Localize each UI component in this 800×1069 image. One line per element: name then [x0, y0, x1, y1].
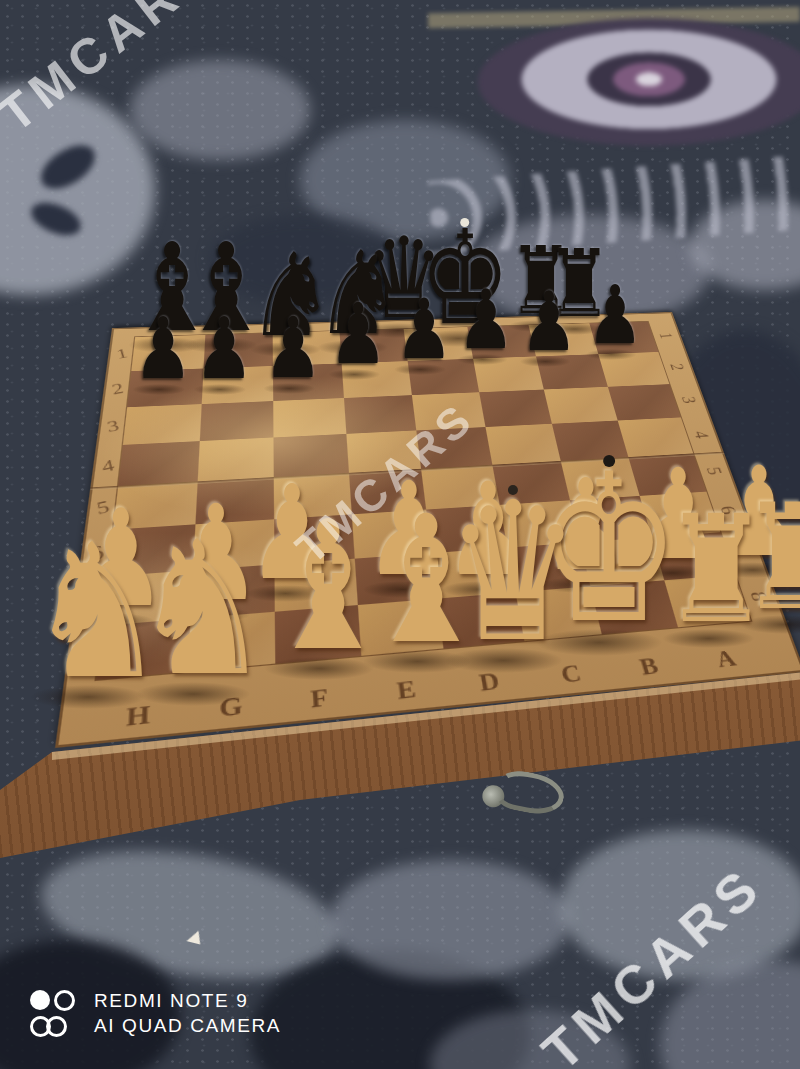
outline-circle-icon — [54, 990, 75, 1011]
infinity-right-loop-icon — [46, 1016, 67, 1037]
camera-watermark-text: REDMI NOTE 9 AI QUAD CAMERA — [94, 988, 281, 1038]
square-f3 — [273, 398, 346, 438]
black-pawn-e2: ♟ — [320, 292, 395, 376]
black-pawn-d2: ♟ — [387, 288, 461, 371]
piece-glyph: ♛ — [446, 477, 580, 669]
black-pawn-a2: ♟ — [579, 275, 652, 356]
black-pawn-f2: ♟ — [255, 306, 330, 390]
box-clasp — [480, 766, 561, 819]
black-pawn-b2: ♟ — [512, 281, 586, 363]
camera-model-label: REDMI NOTE 9 — [94, 988, 281, 1013]
king-finial-dot — [460, 218, 469, 227]
carpet-texture — [130, 60, 310, 160]
rank-label-right-2: 2 — [663, 358, 690, 376]
square-g3 — [199, 401, 273, 442]
photo-stage: 1122334455667788HGFEDCBA ♜♜♛♚♝♝♞♞♟♟♟♟♟♟♟… — [0, 0, 800, 1069]
filled-circle-icon — [30, 990, 50, 1010]
redmi-circles-infinity-icon — [30, 988, 78, 1038]
square-c3 — [479, 389, 552, 427]
piece-glyph: ♟ — [264, 306, 323, 390]
square-a3 — [607, 384, 681, 421]
rank-label-left-3: 3 — [99, 415, 127, 437]
carpet-texture — [330, 860, 570, 980]
piece-glyph: ♟ — [329, 292, 388, 376]
piece-glyph: ♟ — [395, 288, 453, 371]
piece-glyph: ♟ — [520, 281, 577, 363]
square-e3 — [343, 395, 416, 434]
rank-label-right-1: 1 — [653, 328, 679, 345]
square-b3 — [544, 386, 618, 424]
camera-watermark: REDMI NOTE 9 AI QUAD CAMERA — [30, 988, 281, 1038]
piece-glyph: ♟ — [587, 275, 644, 356]
square-d3 — [412, 392, 485, 431]
piece-glyph: ♟ — [194, 306, 253, 391]
black-pawn-g2: ♟ — [186, 306, 262, 391]
white-queen-d8: ♛ — [427, 477, 599, 669]
carpet-texture — [560, 830, 800, 980]
camera-mode-label: AI QUAD CAMERA — [94, 1013, 281, 1038]
king-finial-dot — [508, 485, 518, 495]
piece-glyph: ♟ — [133, 306, 192, 391]
king-finial-dot — [603, 455, 615, 467]
rank-label-right-3: 3 — [675, 391, 703, 410]
square-h3 — [123, 404, 201, 445]
piece-glyph: ♟ — [457, 279, 514, 361]
rank-label-left-4: 4 — [94, 454, 123, 478]
white-knight-h8: ♞ — [14, 520, 180, 705]
piece-glyph: ♞ — [27, 520, 168, 705]
